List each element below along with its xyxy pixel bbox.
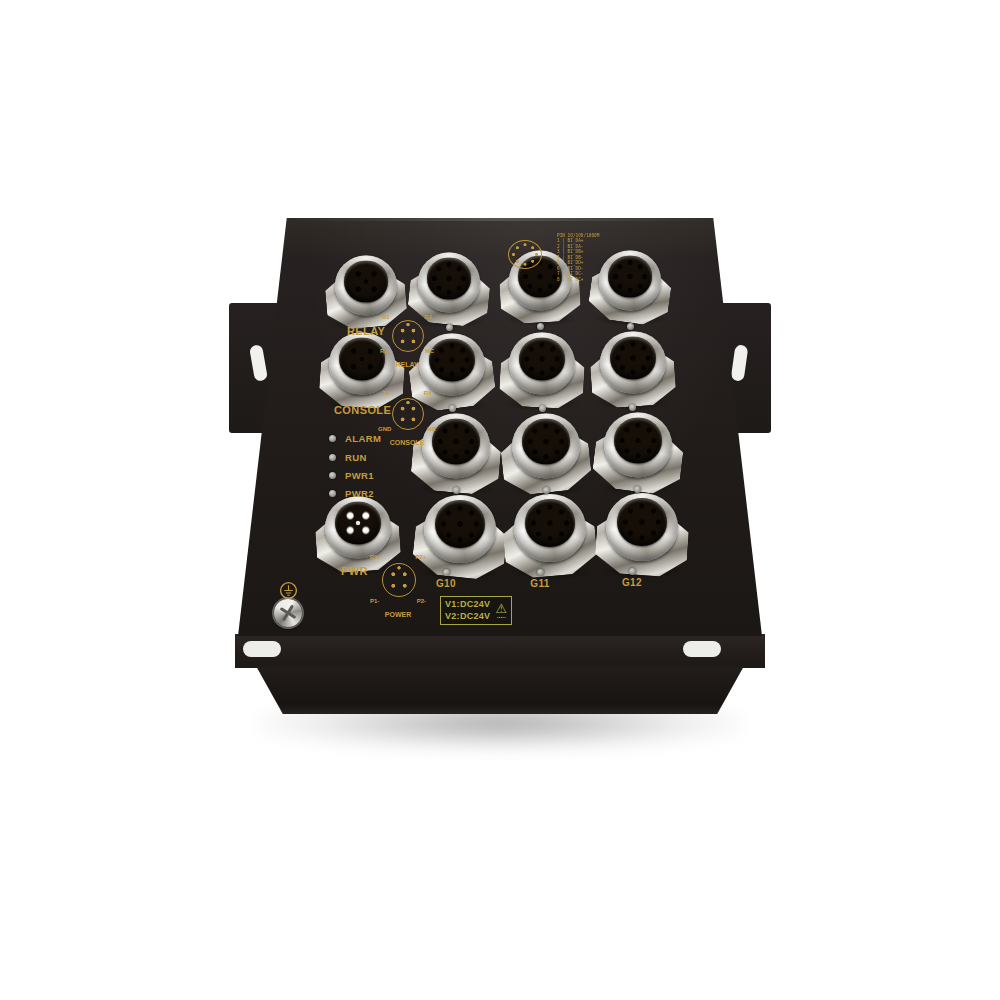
relay-diagram-caption: RELAY [378, 361, 436, 368]
power-pin-label: P2- [417, 598, 426, 604]
power-diagram-caption: POWER [368, 611, 428, 618]
port-label-g12: G12 [617, 577, 647, 588]
port-led [453, 487, 460, 494]
console-pinout-diagram: TX RX GND NC CONSOLE [378, 390, 436, 446]
console-pin-label: TX [382, 390, 390, 396]
mounting-slot [249, 344, 268, 382]
run-led-row: RUN [329, 452, 367, 463]
ground-icon [279, 581, 298, 600]
chassis-base [256, 666, 744, 714]
power-pin-circle [382, 563, 416, 597]
power-pinout-diagram: P1+ P2+ P1- P2- POWER [368, 554, 428, 618]
pwr1-led-row: PWR1 [329, 470, 374, 481]
power-pin-label: P2+ [415, 554, 426, 560]
port-led [629, 404, 636, 411]
run-led [329, 454, 336, 461]
m12-port-row1-col4 [590, 246, 670, 323]
relay-pin-circle [392, 320, 424, 352]
warning-block: ⚠ ▪▪▪▪▪ [495, 602, 507, 620]
port-led [449, 405, 456, 412]
voltage-lines: V1:DC24V V2:DC24V [445, 599, 490, 622]
m12-port-row1-col2 [409, 248, 489, 325]
warning-triangle-icon: ⚠ [495, 602, 507, 615]
m12-port-row3-col3 [502, 408, 590, 493]
alarm-led [329, 435, 336, 442]
power-pin-label: P1- [370, 598, 379, 604]
port-led [634, 486, 641, 493]
console-diagram-caption: CONSOLE [378, 439, 436, 446]
grounding-screw [274, 599, 302, 627]
port-led [446, 324, 453, 331]
pwr2-led-row: PWR2 [329, 488, 374, 499]
console-pin-label: GND [378, 426, 391, 432]
port-led [537, 323, 544, 330]
power-pin-label: P1+ [370, 554, 381, 560]
port-label-g11: G11 [525, 578, 555, 589]
product-photo: RELAY R1 R2 R3 NC RELAY CONSOLE TX RX GN… [0, 0, 1000, 1000]
port-led [539, 405, 546, 412]
voltage-warning-label: V1:DC24V V2:DC24V ⚠ ▪▪▪▪▪ [440, 596, 512, 625]
pwr1-led-label: PWR1 [345, 470, 374, 481]
port-led [627, 323, 634, 330]
relay-pin-label: R1 [382, 314, 390, 320]
m12-port-g12 [596, 487, 688, 575]
mounting-slot [683, 641, 721, 657]
warning-fine-print: ▪▪▪▪▪ [497, 615, 506, 619]
m12-port-row2-col4 [591, 326, 675, 407]
m12-port-g11 [504, 488, 596, 576]
console-pin-label: RX [424, 390, 432, 396]
port-led [629, 568, 636, 575]
mounting-slot [243, 641, 281, 657]
relay-pinout-diagram: R1 R2 R3 NC RELAY [378, 314, 436, 368]
port-led [443, 569, 450, 576]
pwr-label: PWR [341, 565, 368, 577]
relay-pin-label: R2 [424, 314, 432, 320]
port-pin-circle-diagram [508, 240, 542, 269]
pwr1-led [329, 472, 336, 479]
pwr2-led [329, 490, 336, 497]
console-pin-label: NC [427, 426, 436, 432]
m12-port-row3-col4 [594, 407, 682, 492]
bottom-mounting-plate [235, 634, 765, 668]
port-led [537, 569, 544, 576]
port-led [543, 487, 550, 494]
console-pin-circle [392, 398, 424, 430]
pinout-table: PIN 10/100/1000M 1 | BI_DA+ 2 | BI_DA- 3… [557, 233, 599, 283]
voltage-line2: V2:DC24V [445, 611, 490, 623]
mounting-slot [731, 344, 749, 381]
relay-pin-label: NC [425, 348, 434, 354]
relay-pin-label: R3 [380, 348, 388, 354]
m12-port-row2-col3 [500, 327, 584, 408]
alarm-led-label: ALARM [345, 433, 381, 444]
voltage-line1: V1:DC24V [445, 599, 490, 611]
pwr2-led-label: PWR2 [345, 488, 374, 499]
run-led-label: RUN [345, 452, 367, 463]
port-label-g10: G10 [431, 578, 461, 589]
alarm-led-row: ALARM [329, 433, 381, 444]
